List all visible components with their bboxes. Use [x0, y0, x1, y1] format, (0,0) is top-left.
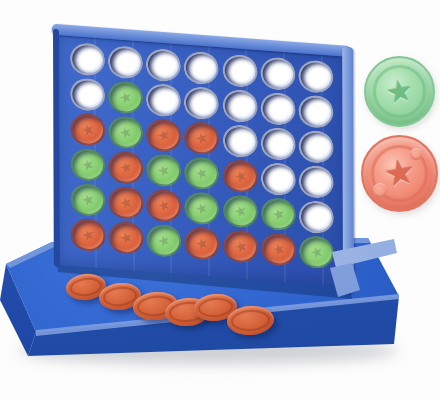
star-icon: ★: [384, 74, 416, 108]
disc-ring: [69, 276, 103, 298]
loose-green-disc[interactable]: ★: [364, 56, 435, 127]
photo-canvas: ★★★★★★★★★★★★★★★★★★★★★★★ ★ ★: [0, 0, 440, 400]
loose-red-disc[interactable]: ★: [361, 135, 438, 212]
disc-ring: [230, 309, 270, 333]
star-icon: ★: [381, 154, 418, 194]
